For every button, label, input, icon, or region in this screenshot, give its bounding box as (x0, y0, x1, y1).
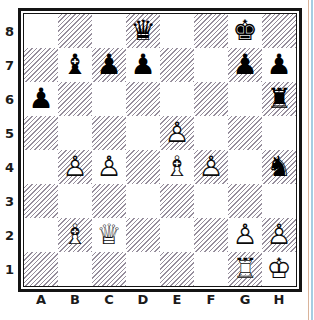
square-f7[interactable] (194, 48, 228, 82)
file-labels: ABCDEFGH (24, 290, 296, 308)
square-g7[interactable]: ♟ (228, 48, 262, 82)
square-a8[interactable] (24, 14, 58, 48)
file-label-a: A (24, 290, 58, 308)
square-b7[interactable]: ♝ (58, 48, 92, 82)
piece-black-queen[interactable]: ♛ (130, 17, 155, 45)
square-d3[interactable] (126, 184, 160, 218)
square-g2[interactable]: ♟♙ (228, 218, 262, 252)
piece-glyph: ♔ (266, 252, 291, 285)
square-c3[interactable] (92, 184, 126, 218)
piece-glyph: ♙ (96, 150, 121, 183)
square-b8[interactable] (58, 14, 92, 48)
square-h3[interactable] (262, 184, 296, 218)
piece-glyph: ♗ (62, 218, 87, 251)
piece-white-pawn[interactable]: ♟♙ (96, 153, 121, 181)
square-a7[interactable] (24, 48, 58, 82)
piece-black-pawn[interactable]: ♟ (232, 51, 257, 79)
square-a5[interactable] (24, 116, 58, 150)
square-h7[interactable]: ♟ (262, 48, 296, 82)
piece-glyph: ♟ (232, 48, 257, 81)
square-c6[interactable] (92, 82, 126, 116)
square-f1[interactable] (194, 252, 228, 286)
rank-labels: 87654321 (2, 14, 17, 286)
rank-label-3: 3 (2, 184, 17, 218)
square-g4[interactable] (228, 150, 262, 184)
square-g3[interactable] (228, 184, 262, 218)
rank-label-6: 6 (2, 82, 17, 116)
square-d5[interactable] (126, 116, 160, 150)
file-label-c: C (92, 290, 126, 308)
piece-white-rook[interactable]: ♜♖ (232, 255, 257, 283)
square-b2[interactable]: ♝♗ (58, 218, 92, 252)
piece-glyph: ♙ (62, 150, 87, 183)
piece-glyph: ♟ (96, 48, 121, 81)
file-label-g: G (228, 290, 262, 308)
square-b3[interactable] (58, 184, 92, 218)
file-label-f: F (194, 290, 228, 308)
square-d1[interactable] (126, 252, 160, 286)
square-c5[interactable] (92, 116, 126, 150)
square-e3[interactable] (160, 184, 194, 218)
square-h8[interactable] (262, 14, 296, 48)
piece-black-pawn[interactable]: ♟ (96, 51, 121, 79)
square-d2[interactable] (126, 218, 160, 252)
piece-white-pawn[interactable]: ♟♙ (232, 221, 257, 249)
square-c1[interactable] (92, 252, 126, 286)
square-f4[interactable]: ♟♙ (194, 150, 228, 184)
piece-glyph: ♗ (164, 150, 189, 183)
file-label-e: E (160, 290, 194, 308)
square-g1[interactable]: ♜♖ (228, 252, 262, 286)
piece-black-king[interactable]: ♚ (232, 17, 257, 45)
square-d6[interactable] (126, 82, 160, 116)
rank-label-1: 1 (2, 252, 17, 286)
piece-black-knight[interactable]: ♞ (266, 153, 291, 181)
square-f5[interactable] (194, 116, 228, 150)
square-e2[interactable] (160, 218, 194, 252)
piece-black-pawn[interactable]: ♟ (28, 85, 53, 113)
piece-glyph: ♙ (232, 218, 257, 251)
square-h2[interactable]: ♟♙ (262, 218, 296, 252)
rank-label-7: 7 (2, 48, 17, 82)
piece-white-queen[interactable]: ♛♕ (96, 221, 121, 249)
piece-glyph: ♝ (62, 48, 87, 81)
piece-white-pawn[interactable]: ♟♙ (62, 153, 87, 181)
square-b1[interactable] (58, 252, 92, 286)
piece-glyph: ♟ (130, 48, 155, 81)
square-f8[interactable] (194, 14, 228, 48)
file-label-b: B (58, 290, 92, 308)
rank-label-5: 5 (2, 116, 17, 150)
piece-white-pawn[interactable]: ♟♙ (198, 153, 223, 181)
piece-glyph: ♙ (164, 116, 189, 149)
square-h5[interactable] (262, 116, 296, 150)
square-a3[interactable] (24, 184, 58, 218)
square-b4[interactable]: ♟♙ (58, 150, 92, 184)
rank-label-2: 2 (2, 218, 17, 252)
square-c4[interactable]: ♟♙ (92, 150, 126, 184)
piece-glyph: ♟ (28, 82, 53, 115)
square-c7[interactable]: ♟ (92, 48, 126, 82)
square-g5[interactable] (228, 116, 262, 150)
piece-glyph: ♞ (266, 150, 291, 183)
rank-label-8: 8 (2, 14, 17, 48)
square-h1[interactable]: ♚♔ (262, 252, 296, 286)
square-h6[interactable]: ♜ (262, 82, 296, 116)
piece-white-king[interactable]: ♚♔ (266, 255, 291, 283)
piece-glyph: ♙ (266, 218, 291, 251)
square-a2[interactable] (24, 218, 58, 252)
page-edge-line-blue (311, 0, 313, 320)
square-e1[interactable] (160, 252, 194, 286)
square-e6[interactable] (160, 82, 194, 116)
piece-glyph: ♖ (232, 252, 257, 285)
piece-black-pawn[interactable]: ♟ (266, 51, 291, 79)
piece-glyph: ♜ (266, 82, 291, 115)
square-g6[interactable] (228, 82, 262, 116)
square-b5[interactable] (58, 116, 92, 150)
chess-diagram: 87654321 ♛♚♝♟♟♟♟♟♜♟♙♟♙♟♙♝♗♟♙♞♝♗♛♕♟♙♟♙♜♖♚… (0, 0, 314, 320)
piece-glyph: ♙ (198, 150, 223, 183)
square-e7[interactable] (160, 48, 194, 82)
page-edge-line-tan (308, 0, 309, 320)
board-frame: ♛♚♝♟♟♟♟♟♜♟♙♟♙♟♙♝♗♟♙♞♝♗♛♕♟♙♟♙♜♖♚♔ (18, 8, 302, 292)
square-e4[interactable]: ♝♗ (160, 150, 194, 184)
piece-glyph: ♚ (232, 14, 257, 47)
square-c2[interactable]: ♛♕ (92, 218, 126, 252)
piece-white-bishop[interactable]: ♝♗ (164, 153, 189, 181)
square-d8[interactable]: ♛ (126, 14, 160, 48)
rank-label-4: 4 (2, 150, 17, 184)
piece-white-pawn[interactable]: ♟♙ (164, 119, 189, 147)
file-label-h: H (262, 290, 296, 308)
square-h4[interactable]: ♞ (262, 150, 296, 184)
piece-white-bishop[interactable]: ♝♗ (62, 221, 87, 249)
square-f3[interactable] (194, 184, 228, 218)
piece-white-pawn[interactable]: ♟♙ (266, 221, 291, 249)
square-g8[interactable]: ♚ (228, 14, 262, 48)
piece-glyph: ♟ (266, 48, 291, 81)
square-f2[interactable] (194, 218, 228, 252)
piece-black-pawn[interactable]: ♟ (130, 51, 155, 79)
piece-black-rook[interactable]: ♜ (266, 85, 291, 113)
square-c8[interactable] (92, 14, 126, 48)
square-b6[interactable] (58, 82, 92, 116)
chess-board: ♛♚♝♟♟♟♟♟♜♟♙♟♙♟♙♝♗♟♙♞♝♗♛♕♟♙♟♙♜♖♚♔ (24, 14, 296, 286)
square-d7[interactable]: ♟ (126, 48, 160, 82)
square-d4[interactable] (126, 150, 160, 184)
square-e8[interactable] (160, 14, 194, 48)
piece-glyph: ♕ (96, 218, 121, 251)
piece-glyph: ♛ (130, 14, 155, 47)
square-a4[interactable] (24, 150, 58, 184)
file-label-d: D (126, 290, 160, 308)
square-f6[interactable] (194, 82, 228, 116)
square-a6[interactable]: ♟ (24, 82, 58, 116)
square-e5[interactable]: ♟♙ (160, 116, 194, 150)
square-a1[interactable] (24, 252, 58, 286)
board-inner-border: ♛♚♝♟♟♟♟♟♜♟♙♟♙♟♙♝♗♟♙♞♝♗♛♕♟♙♟♙♜♖♚♔ (23, 13, 297, 287)
piece-black-bishop[interactable]: ♝ (62, 51, 87, 79)
